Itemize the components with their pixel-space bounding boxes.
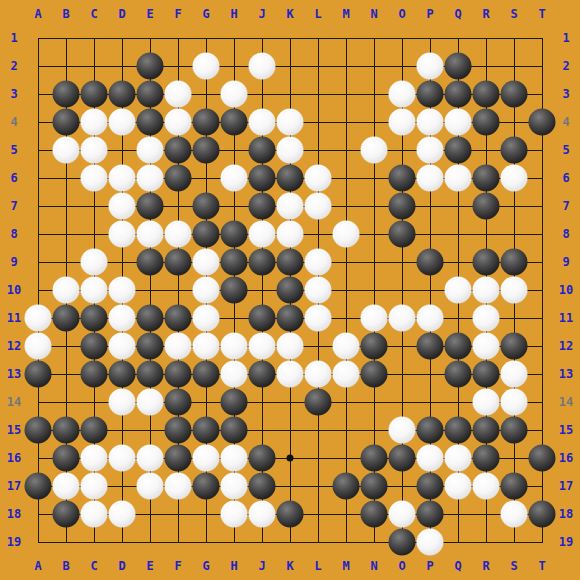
white-stone-P5	[417, 137, 444, 164]
white-stone-S13	[501, 361, 528, 388]
white-stone-R14	[473, 389, 500, 416]
row-label: 1	[10, 31, 17, 45]
column-label: Q	[454, 7, 461, 21]
black-stone-F6	[165, 165, 192, 192]
white-stone-F3	[165, 81, 192, 108]
white-stone-E17	[137, 473, 164, 500]
black-stone-F15	[165, 417, 192, 444]
black-stone-O6	[389, 165, 416, 192]
column-label: S	[510, 559, 517, 573]
black-stone-E9	[137, 249, 164, 276]
white-stone-D11	[109, 305, 136, 332]
column-label: S	[510, 7, 517, 21]
white-stone-D8	[109, 221, 136, 248]
black-stone-N12	[361, 333, 388, 360]
black-stone-B18	[53, 501, 80, 528]
white-stone-S10	[501, 277, 528, 304]
row-label: 17	[559, 479, 573, 493]
white-stone-E14	[137, 389, 164, 416]
white-stone-F8	[165, 221, 192, 248]
white-stone-C16	[81, 445, 108, 472]
white-stone-S18	[501, 501, 528, 528]
black-stone-N18	[361, 501, 388, 528]
white-stone-E5	[137, 137, 164, 164]
black-stone-F13	[165, 361, 192, 388]
row-label: 7	[562, 199, 569, 213]
row-label: 6	[562, 171, 569, 185]
column-label: Q	[454, 559, 461, 573]
black-stone-B16	[53, 445, 80, 472]
black-stone-O16	[389, 445, 416, 472]
white-stone-M8	[333, 221, 360, 248]
black-stone-A13	[25, 361, 52, 388]
black-stone-F14	[165, 389, 192, 416]
white-stone-O18	[389, 501, 416, 528]
black-stone-S3	[501, 81, 528, 108]
column-label: G	[202, 559, 209, 573]
white-stone-P16	[417, 445, 444, 472]
row-label: 19	[7, 535, 21, 549]
black-stone-O19	[389, 529, 416, 556]
white-stone-L11	[305, 305, 332, 332]
row-label: 13	[559, 367, 573, 381]
white-stone-K5	[277, 137, 304, 164]
white-stone-Q10	[445, 277, 472, 304]
row-label: 16	[559, 451, 573, 465]
column-label: N	[370, 559, 377, 573]
black-stone-C15	[81, 417, 108, 444]
white-stone-P19	[417, 529, 444, 556]
row-label: 10	[559, 283, 573, 297]
row-label: 18	[559, 507, 573, 521]
row-label: 3	[562, 87, 569, 101]
black-stone-E11	[137, 305, 164, 332]
black-stone-T18	[529, 501, 556, 528]
black-stone-R4	[473, 109, 500, 136]
column-label: L	[314, 7, 321, 21]
white-stone-S6	[501, 165, 528, 192]
column-label: K	[286, 7, 293, 21]
black-stone-K18	[277, 501, 304, 528]
white-stone-H18	[221, 501, 248, 528]
column-label: L	[314, 559, 321, 573]
black-stone-R7	[473, 193, 500, 220]
row-label: 13	[7, 367, 21, 381]
row-label: 15	[559, 423, 573, 437]
black-stone-D3	[109, 81, 136, 108]
white-stone-B5	[53, 137, 80, 164]
black-stone-R13	[473, 361, 500, 388]
black-stone-Q2	[445, 53, 472, 80]
white-stone-H17	[221, 473, 248, 500]
white-stone-H16	[221, 445, 248, 472]
row-label: 2	[10, 59, 17, 73]
white-stone-G9	[193, 249, 220, 276]
row-label: 5	[10, 143, 17, 157]
column-label: A	[34, 7, 41, 21]
white-stone-G12	[193, 333, 220, 360]
white-stone-E8	[137, 221, 164, 248]
white-stone-K13	[277, 361, 304, 388]
white-stone-R17	[473, 473, 500, 500]
white-stone-D12	[109, 333, 136, 360]
white-stone-S14	[501, 389, 528, 416]
black-stone-J17	[249, 473, 276, 500]
white-stone-N11	[361, 305, 388, 332]
white-stone-G11	[193, 305, 220, 332]
grid-line-horizontal	[38, 542, 543, 543]
white-stone-C9	[81, 249, 108, 276]
row-label: 11	[559, 311, 573, 325]
black-stone-E12	[137, 333, 164, 360]
white-stone-C18	[81, 501, 108, 528]
white-stone-D7	[109, 193, 136, 220]
black-stone-H10	[221, 277, 248, 304]
row-label: 3	[10, 87, 17, 101]
white-stone-O3	[389, 81, 416, 108]
black-stone-Q3	[445, 81, 472, 108]
row-label: 10	[7, 283, 21, 297]
row-label: 2	[562, 59, 569, 73]
white-stone-C6	[81, 165, 108, 192]
white-stone-B17	[53, 473, 80, 500]
white-stone-O15	[389, 417, 416, 444]
white-stone-K12	[277, 333, 304, 360]
row-label: 17	[7, 479, 21, 493]
white-stone-L6	[305, 165, 332, 192]
row-label: 16	[7, 451, 21, 465]
row-label: 15	[7, 423, 21, 437]
column-label: E	[146, 559, 153, 573]
white-stone-F4	[165, 109, 192, 136]
column-label: C	[90, 559, 97, 573]
black-stone-P17	[417, 473, 444, 500]
white-stone-F17	[165, 473, 192, 500]
black-stone-N13	[361, 361, 388, 388]
white-stone-J18	[249, 501, 276, 528]
white-stone-D16	[109, 445, 136, 472]
white-stone-Q4	[445, 109, 472, 136]
black-stone-K6	[277, 165, 304, 192]
row-label: 14	[7, 395, 21, 409]
black-stone-N16	[361, 445, 388, 472]
go-app-window: AABBCCDDEEFFGGHHJJKKLLMMNNOOPPQQRRSSTT11…	[0, 0, 580, 580]
white-stone-A12	[25, 333, 52, 360]
black-stone-J11	[249, 305, 276, 332]
black-stone-J7	[249, 193, 276, 220]
row-label: 4	[10, 115, 17, 129]
black-stone-C11	[81, 305, 108, 332]
white-stone-K7	[277, 193, 304, 220]
column-label: T	[538, 7, 545, 21]
column-label: J	[258, 559, 265, 573]
black-stone-L14	[305, 389, 332, 416]
white-stone-M12	[333, 333, 360, 360]
black-stone-T16	[529, 445, 556, 472]
column-label: P	[426, 7, 433, 21]
column-label: B	[62, 7, 69, 21]
white-stone-N5	[361, 137, 388, 164]
black-stone-S9	[501, 249, 528, 276]
row-label: 4	[562, 115, 569, 129]
white-stone-H12	[221, 333, 248, 360]
black-stone-G13	[193, 361, 220, 388]
black-stone-F16	[165, 445, 192, 472]
column-label: J	[258, 7, 265, 21]
white-stone-D4	[109, 109, 136, 136]
white-stone-E16	[137, 445, 164, 472]
white-stone-G16	[193, 445, 220, 472]
black-stone-R15	[473, 417, 500, 444]
black-stone-B11	[53, 305, 80, 332]
black-stone-J5	[249, 137, 276, 164]
column-label: K	[286, 559, 293, 573]
white-stone-E6	[137, 165, 164, 192]
go-board[interactable]: AABBCCDDEEFFGGHHJJKKLLMMNNOOPPQQRRSSTT11…	[0, 0, 580, 580]
black-stone-D13	[109, 361, 136, 388]
black-stone-B15	[53, 417, 80, 444]
white-stone-D18	[109, 501, 136, 528]
black-stone-F5	[165, 137, 192, 164]
column-label: D	[118, 7, 125, 21]
white-stone-B10	[53, 277, 80, 304]
black-stone-E7	[137, 193, 164, 220]
black-stone-P9	[417, 249, 444, 276]
white-stone-K8	[277, 221, 304, 248]
black-stone-G7	[193, 193, 220, 220]
black-stone-R16	[473, 445, 500, 472]
black-stone-B4	[53, 109, 80, 136]
black-stone-G5	[193, 137, 220, 164]
black-stone-H14	[221, 389, 248, 416]
black-stone-K11	[277, 305, 304, 332]
row-label: 8	[10, 227, 17, 241]
column-label: F	[174, 559, 181, 573]
column-label: N	[370, 7, 377, 21]
black-stone-H4	[221, 109, 248, 136]
black-stone-G17	[193, 473, 220, 500]
black-stone-J13	[249, 361, 276, 388]
white-stone-G2	[193, 53, 220, 80]
white-stone-O11	[389, 305, 416, 332]
black-stone-E4	[137, 109, 164, 136]
column-label: T	[538, 559, 545, 573]
black-stone-K10	[277, 277, 304, 304]
black-stone-O8	[389, 221, 416, 248]
white-stone-H3	[221, 81, 248, 108]
white-stone-P4	[417, 109, 444, 136]
black-stone-S17	[501, 473, 528, 500]
row-label: 1	[562, 31, 569, 45]
white-stone-H6	[221, 165, 248, 192]
black-stone-G8	[193, 221, 220, 248]
black-stone-E2	[137, 53, 164, 80]
row-label: 19	[559, 535, 573, 549]
black-stone-K9	[277, 249, 304, 276]
white-stone-L7	[305, 193, 332, 220]
column-label: E	[146, 7, 153, 21]
white-stone-R11	[473, 305, 500, 332]
black-stone-J16	[249, 445, 276, 472]
black-stone-F9	[165, 249, 192, 276]
column-label: D	[118, 559, 125, 573]
white-stone-J2	[249, 53, 276, 80]
black-stone-H15	[221, 417, 248, 444]
black-stone-Q12	[445, 333, 472, 360]
black-stone-C13	[81, 361, 108, 388]
black-stone-Q13	[445, 361, 472, 388]
column-label: C	[90, 7, 97, 21]
row-label: 12	[559, 339, 573, 353]
white-stone-M13	[333, 361, 360, 388]
row-label: 5	[562, 143, 569, 157]
white-stone-R12	[473, 333, 500, 360]
black-stone-H8	[221, 221, 248, 248]
black-stone-C12	[81, 333, 108, 360]
column-label: F	[174, 7, 181, 21]
grid-line-vertical	[346, 38, 347, 543]
black-stone-P18	[417, 501, 444, 528]
white-stone-D6	[109, 165, 136, 192]
black-stone-P15	[417, 417, 444, 444]
column-label: A	[34, 559, 41, 573]
white-stone-J4	[249, 109, 276, 136]
black-stone-B3	[53, 81, 80, 108]
column-label: G	[202, 7, 209, 21]
black-stone-Q5	[445, 137, 472, 164]
white-stone-P2	[417, 53, 444, 80]
black-stone-J9	[249, 249, 276, 276]
black-stone-R9	[473, 249, 500, 276]
black-stone-J6	[249, 165, 276, 192]
white-stone-Q17	[445, 473, 472, 500]
column-label: M	[342, 559, 349, 573]
white-stone-D14	[109, 389, 136, 416]
white-stone-O4	[389, 109, 416, 136]
black-stone-H9	[221, 249, 248, 276]
white-stone-Q16	[445, 445, 472, 472]
column-label: R	[482, 559, 489, 573]
white-stone-Q6	[445, 165, 472, 192]
white-stone-J12	[249, 333, 276, 360]
white-stone-G10	[193, 277, 220, 304]
black-stone-S15	[501, 417, 528, 444]
column-label: O	[398, 7, 405, 21]
black-stone-Q15	[445, 417, 472, 444]
column-label: H	[230, 559, 237, 573]
row-label: 18	[7, 507, 21, 521]
black-stone-P3	[417, 81, 444, 108]
black-stone-C3	[81, 81, 108, 108]
black-stone-R6	[473, 165, 500, 192]
white-stone-H13	[221, 361, 248, 388]
white-stone-F12	[165, 333, 192, 360]
white-stone-L9	[305, 249, 332, 276]
black-stone-E13	[137, 361, 164, 388]
row-label: 9	[10, 255, 17, 269]
black-stone-S12	[501, 333, 528, 360]
column-label: O	[398, 559, 405, 573]
row-label: 8	[562, 227, 569, 241]
white-stone-D10	[109, 277, 136, 304]
white-stone-P6	[417, 165, 444, 192]
black-stone-N17	[361, 473, 388, 500]
black-stone-P12	[417, 333, 444, 360]
black-stone-G15	[193, 417, 220, 444]
black-stone-T4	[529, 109, 556, 136]
white-stone-P11	[417, 305, 444, 332]
white-stone-C4	[81, 109, 108, 136]
black-stone-R3	[473, 81, 500, 108]
row-label: 14	[559, 395, 573, 409]
black-stone-A17	[25, 473, 52, 500]
row-label: 12	[7, 339, 21, 353]
row-label: 9	[562, 255, 569, 269]
column-label: P	[426, 559, 433, 573]
white-stone-R10	[473, 277, 500, 304]
white-stone-J8	[249, 221, 276, 248]
black-stone-F11	[165, 305, 192, 332]
white-stone-C17	[81, 473, 108, 500]
black-stone-M17	[333, 473, 360, 500]
star-point	[287, 455, 294, 462]
black-stone-O7	[389, 193, 416, 220]
column-label: H	[230, 7, 237, 21]
column-label: R	[482, 7, 489, 21]
white-stone-L10	[305, 277, 332, 304]
black-stone-A15	[25, 417, 52, 444]
black-stone-G4	[193, 109, 220, 136]
white-stone-L13	[305, 361, 332, 388]
row-label: 7	[10, 199, 17, 213]
black-stone-E3	[137, 81, 164, 108]
white-stone-C5	[81, 137, 108, 164]
white-stone-A11	[25, 305, 52, 332]
column-label: M	[342, 7, 349, 21]
black-stone-S5	[501, 137, 528, 164]
column-label: B	[62, 559, 69, 573]
white-stone-C10	[81, 277, 108, 304]
row-label: 6	[10, 171, 17, 185]
white-stone-K4	[277, 109, 304, 136]
row-label: 11	[7, 311, 21, 325]
